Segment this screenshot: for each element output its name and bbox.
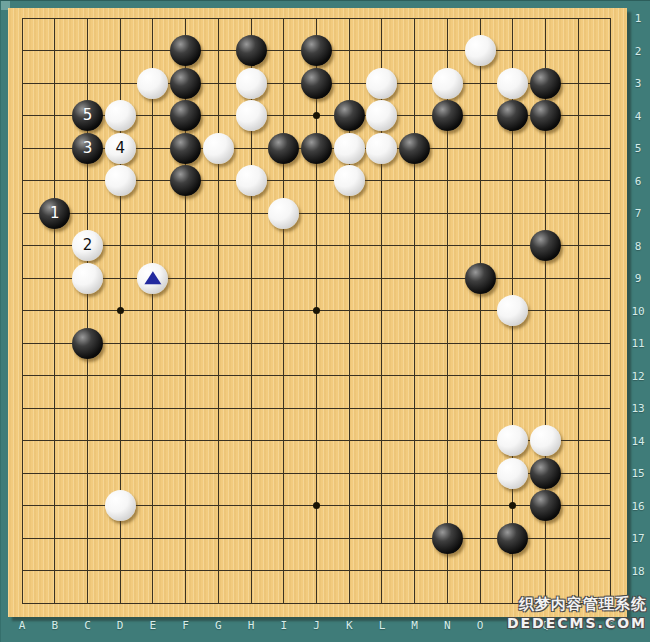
black-stone-I5: [268, 133, 299, 164]
black-stone-O9: [465, 263, 496, 294]
move-number-2: 2: [72, 230, 103, 261]
row-label-7: 7: [635, 208, 642, 219]
column-label-O: O: [477, 620, 484, 631]
black-stone-J2: [301, 35, 332, 66]
white-stone-E9: [137, 263, 168, 294]
row-label-9: 9: [635, 273, 642, 284]
row-label-13: 13: [631, 403, 644, 414]
move-number-1: 1: [39, 198, 70, 229]
white-stone-L3: [366, 68, 397, 99]
black-stone-F6: [170, 165, 201, 196]
row-label-1: 1: [635, 13, 642, 24]
column-label-C: C: [84, 620, 91, 631]
white-stone-K6: [334, 165, 365, 196]
white-stone-H3: [236, 68, 267, 99]
row-label-17: 17: [631, 533, 644, 544]
triangle-marker: [144, 271, 162, 285]
black-stone-C4: 5: [72, 100, 103, 131]
column-label-A: A: [19, 620, 26, 631]
black-stone-J3: [301, 68, 332, 99]
black-stone-Q4: [530, 100, 561, 131]
row-label-18: 18: [631, 565, 644, 576]
go-board: 53412: [8, 8, 627, 617]
row-label-10: 10: [631, 305, 644, 316]
black-stone-Q15: [530, 458, 561, 489]
white-stone-C9: [72, 263, 103, 294]
column-label-J: J: [313, 620, 320, 631]
column-label-I: I: [280, 620, 287, 631]
white-stone-O2: [465, 35, 496, 66]
black-stone-F3: [170, 68, 201, 99]
row-label-14: 14: [631, 435, 644, 446]
black-stone-N4: [432, 100, 463, 131]
row-label-12: 12: [631, 370, 644, 381]
white-stone-D16: [105, 490, 136, 521]
white-stone-P10: [497, 295, 528, 326]
black-stone-C5: 3: [72, 133, 103, 164]
row-label-5: 5: [635, 143, 642, 154]
black-stone-F4: [170, 100, 201, 131]
row-label-11: 11: [631, 338, 644, 349]
white-stone-Q14: [530, 425, 561, 456]
white-stone-H6: [236, 165, 267, 196]
black-stone-H2: [236, 35, 267, 66]
black-stone-N17: [432, 523, 463, 554]
move-number-3: 3: [72, 133, 103, 164]
black-stone-P17: [497, 523, 528, 554]
column-label-N: N: [444, 620, 451, 631]
black-stone-F5: [170, 133, 201, 164]
black-stone-Q3: [530, 68, 561, 99]
row-label-16: 16: [631, 500, 644, 511]
white-stone-C8: 2: [72, 230, 103, 261]
column-label-G: G: [215, 620, 222, 631]
row-label-8: 8: [635, 240, 642, 251]
black-stone-P4: [497, 100, 528, 131]
row-label-3: 3: [635, 78, 642, 89]
white-stone-L5: [366, 133, 397, 164]
column-label-B: B: [51, 620, 58, 631]
go-board-frame: 53412 ABCDEFGHIJKLMNOPQRS 12345678910111…: [0, 0, 650, 642]
watermark: 织梦内容管理系统 DEDECMS.COM: [507, 595, 647, 631]
black-stone-B7: 1: [39, 198, 70, 229]
white-stone-D6: [105, 165, 136, 196]
column-label-D: D: [117, 620, 124, 631]
white-stone-E3: [137, 68, 168, 99]
row-label-15: 15: [631, 468, 644, 479]
move-number-5: 5: [72, 100, 103, 131]
row-label-6: 6: [635, 175, 642, 186]
white-stone-P15: [497, 458, 528, 489]
column-label-H: H: [248, 620, 255, 631]
black-stone-C11: [72, 328, 103, 359]
row-label-4: 4: [635, 110, 642, 121]
white-stone-N3: [432, 68, 463, 99]
white-stone-I7: [268, 198, 299, 229]
column-label-L: L: [379, 620, 386, 631]
white-stone-P3: [497, 68, 528, 99]
black-stone-J5: [301, 133, 332, 164]
column-label-F: F: [182, 620, 189, 631]
row-label-2: 2: [635, 45, 642, 56]
white-stone-P14: [497, 425, 528, 456]
column-label-E: E: [150, 620, 157, 631]
white-stone-H4: [236, 100, 267, 131]
black-stone-Q16: [530, 490, 561, 521]
column-label-M: M: [411, 620, 418, 631]
watermark-line1: 织梦内容管理系统: [507, 595, 647, 614]
white-stone-D4: [105, 100, 136, 131]
black-stone-F2: [170, 35, 201, 66]
black-stone-M5: [399, 133, 430, 164]
white-stone-G5: [203, 133, 234, 164]
black-stone-Q8: [530, 230, 561, 261]
stones-grid: 53412: [6, 2, 628, 620]
white-stone-D5: 4: [105, 133, 136, 164]
column-label-K: K: [346, 620, 353, 631]
black-stone-K4: [334, 100, 365, 131]
white-stone-L4: [366, 100, 397, 131]
white-stone-K5: [334, 133, 365, 164]
watermark-line2: DEDECMS.COM: [507, 615, 647, 631]
move-number-4: 4: [105, 133, 136, 164]
